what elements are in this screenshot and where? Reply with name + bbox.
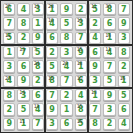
cage-sum: 15 <box>77 47 82 52</box>
cell-r1c5[interactable]: 9 <box>60 3 72 15</box>
cell-digit: 7 <box>78 34 84 42</box>
cell-r4c2[interactable]: 137 <box>17 46 29 58</box>
cell-digit: 3 <box>64 49 70 57</box>
cell-r3c3[interactable]: 9 <box>32 32 44 44</box>
cage-sum: 7 <box>34 47 37 52</box>
cell-digit: 1 <box>64 106 70 114</box>
cage-sum: 15 <box>48 76 53 81</box>
cell-r1c7[interactable]: 115 <box>89 3 101 15</box>
cell-r1c4[interactable]: 281 <box>46 3 58 15</box>
cell-r3c2[interactable]: 2 <box>17 32 29 44</box>
cell-digit: 9 <box>92 63 98 71</box>
cell-r2c2[interactable]: 8 <box>17 17 29 29</box>
cell-digit: 6 <box>35 92 41 100</box>
cage-sum: 14 <box>19 90 24 95</box>
cell-digit: 8 <box>121 49 127 57</box>
cage-sum: 25 <box>5 4 10 9</box>
cell-r7c3[interactable]: 6 <box>32 89 44 101</box>
cell-digit: 9 <box>35 34 41 42</box>
cell-r5c6[interactable]: 181 <box>75 60 87 72</box>
cell-r6c1[interactable]: 234 <box>3 75 15 87</box>
cell-r9c4[interactable]: 3 <box>46 118 58 130</box>
cell-digit: 3 <box>107 106 113 114</box>
cell-digit: 9 <box>64 6 70 14</box>
cell-digit: 2 <box>49 49 55 57</box>
cell-r4c7[interactable]: 6 <box>89 46 101 58</box>
cell-digit: 6 <box>49 34 55 42</box>
block-divider-vertical-1 <box>44 1 46 132</box>
cell-digit: 6 <box>21 63 27 71</box>
cell-r7c2[interactable]: 143 <box>17 89 29 101</box>
cell-r4c8[interactable]: 114 <box>103 46 115 58</box>
cell-r3c5[interactable]: 8 <box>60 32 72 44</box>
cell-r1c8[interactable]: 308 <box>103 3 115 15</box>
cell-digit: 5 <box>121 92 127 100</box>
cell-r9c2[interactable]: 111 <box>17 118 29 130</box>
cell-r9c1[interactable]: 9 <box>3 118 15 130</box>
cell-digit: 2 <box>78 6 84 14</box>
cell-digit: 6 <box>92 49 98 57</box>
cell-r8c5[interactable]: 1 <box>60 103 72 115</box>
cell-digit: 5 <box>21 106 27 114</box>
cell-digit: 2 <box>35 77 41 85</box>
cell-r3c9[interactable]: 3 <box>118 32 130 44</box>
cell-digit: 5 <box>64 20 70 28</box>
cell-r6c2[interactable]: 9 <box>17 75 29 87</box>
cell-r4c5[interactable]: 3 <box>60 46 72 58</box>
cage-sum: 23 <box>5 76 10 81</box>
cell-r3c6[interactable]: 7 <box>75 32 87 44</box>
cell-digit: 4 <box>92 34 98 42</box>
cell-r4c6[interactable]: 159 <box>75 46 87 58</box>
cell-digit: 5 <box>49 63 55 71</box>
cell-digit: 7 <box>64 77 70 85</box>
cage-sum: 11 <box>19 119 24 124</box>
cell-digit: 7 <box>107 63 113 71</box>
cage-sum: 20 <box>62 61 67 66</box>
cell-r5c7[interactable]: 9 <box>89 60 101 72</box>
cell-digit: 2 <box>92 20 98 28</box>
cell-r7c4[interactable]: 7 <box>46 89 58 101</box>
cell-digit: 2 <box>107 120 113 128</box>
cell-r3c8[interactable]: 141 <box>103 32 115 44</box>
cage-sum: 15 <box>77 104 82 109</box>
cell-digit: 2 <box>121 63 127 71</box>
cage-sum: 10 <box>77 76 82 81</box>
cell-r6c5[interactable]: 7 <box>60 75 72 87</box>
cell-r8c4[interactable]: 9 <box>46 103 58 115</box>
cell-r3c1[interactable]: 115 <box>3 32 15 44</box>
cell-digit: 7 <box>6 20 12 28</box>
cage-sum: 15 <box>77 119 82 124</box>
cell-r7c6[interactable]: 4 <box>75 89 87 101</box>
cell-r6c7[interactable]: 3 <box>89 75 101 87</box>
cell-r2c4[interactable]: 104 <box>46 17 58 29</box>
cell-digit: 3 <box>121 34 127 42</box>
cell-r2c7[interactable]: 2 <box>89 17 101 29</box>
cell-r1c2[interactable]: 4 <box>17 3 29 15</box>
cell-r9c9[interactable]: 4 <box>118 118 130 130</box>
cell-digit: 3 <box>92 77 98 85</box>
cell-digit: 8 <box>6 92 12 100</box>
cell-r8c3[interactable]: 134 <box>32 103 44 115</box>
cell-r5c8[interactable]: 7 <box>103 60 115 72</box>
cell-r9c8[interactable]: 2 <box>103 118 115 130</box>
cell-r9c3[interactable]: 7 <box>32 118 44 130</box>
cell-r3c4[interactable]: 6 <box>46 32 58 44</box>
cell-digit: 6 <box>64 120 70 128</box>
cell-digit: 3 <box>6 63 12 71</box>
cage-sum: 13 <box>91 90 96 95</box>
cage-sum: 11 <box>91 4 96 9</box>
cell-r2c5[interactable]: 5 <box>60 17 72 29</box>
cell-digit: 4 <box>21 6 27 14</box>
cell-r5c2[interactable]: 6 <box>17 60 29 72</box>
cell-r2c1[interactable]: 7 <box>3 17 15 29</box>
cell-r5c4[interactable]: 5 <box>46 60 58 72</box>
cell-r9c5[interactable]: 6 <box>60 118 72 130</box>
cell-r4c9[interactable]: 8 <box>118 46 130 58</box>
cell-r6c9[interactable]: 161 <box>118 75 130 87</box>
cell-r2c8[interactable]: 6 <box>103 17 115 29</box>
cage-sum: 11 <box>105 47 110 52</box>
cell-digit: 9 <box>121 20 127 28</box>
cell-r8c8[interactable]: 3 <box>103 103 115 115</box>
block-divider-horizontal-2 <box>1 87 132 89</box>
cell-r7c8[interactable]: 9 <box>103 89 115 101</box>
cell-r4c4[interactable]: 2 <box>46 46 58 58</box>
cell-r6c4[interactable]: 158 <box>46 75 58 87</box>
cell-digit: 7 <box>92 106 98 114</box>
cell-digit: 1 <box>6 49 12 57</box>
cell-r8c2[interactable]: 5 <box>17 103 29 115</box>
cage-sum: 13 <box>34 104 39 109</box>
cage-sum: 24 <box>34 61 39 66</box>
cell-r2c3[interactable]: 1 <box>32 17 44 29</box>
cell-digit: 7 <box>35 120 41 128</box>
cell-r5c1[interactable]: 3 <box>3 60 15 72</box>
cell-r9c7[interactable]: 8 <box>89 118 101 130</box>
cell-digit: 3 <box>49 120 55 128</box>
cell-r8c6[interactable]: 158 <box>75 103 87 115</box>
cage-sum: 13 <box>34 4 39 9</box>
killer-sudoku-board: 2564133281921153087781104510326911529687… <box>0 0 133 133</box>
cell-r3c7[interactable]: 4 <box>89 32 101 44</box>
cell-digit: 5 <box>107 77 113 85</box>
cell-digit: 6 <box>107 20 113 28</box>
cell-r6c6[interactable]: 106 <box>75 75 87 87</box>
cell-digit: 4 <box>121 120 127 128</box>
cage-sum: 18 <box>77 61 82 66</box>
cell-r8c9[interactable]: 6 <box>118 103 130 115</box>
cage-sum: 10 <box>77 18 82 23</box>
cell-r8c7[interactable]: 7 <box>89 103 101 115</box>
cell-digit: 2 <box>6 106 12 114</box>
cage-sum: 30 <box>105 4 110 9</box>
cell-r2c6[interactable]: 103 <box>75 17 87 29</box>
cell-digit: 9 <box>21 77 27 85</box>
cell-digit: 8 <box>21 20 27 28</box>
cell-digit: 9 <box>49 106 55 114</box>
cell-r7c9[interactable]: 5 <box>118 89 130 101</box>
cell-digit: 7 <box>49 92 55 100</box>
cell-digit: 4 <box>78 92 84 100</box>
cell-digit: 9 <box>6 120 12 128</box>
cell-digit: 8 <box>92 120 98 128</box>
cage-sum: 10 <box>48 18 53 23</box>
cell-r5c9[interactable]: 2 <box>118 60 130 72</box>
cell-digit: 7 <box>121 6 127 14</box>
cage-sum: 16 <box>120 76 125 81</box>
cell-r6c8[interactable]: 5 <box>103 75 115 87</box>
cell-digit: 2 <box>21 34 27 42</box>
cell-digit: 8 <box>64 34 70 42</box>
block-divider-horizontal-1 <box>1 44 132 46</box>
cage-sum: 14 <box>105 33 110 38</box>
cell-r8c1[interactable]: 2 <box>3 103 15 115</box>
cell-digit: 6 <box>121 106 127 114</box>
cell-r1c6[interactable]: 2 <box>75 3 87 15</box>
cage-sum: 28 <box>48 4 53 9</box>
cell-r7c7[interactable]: 131 <box>89 89 101 101</box>
cell-r4c3[interactable]: 75 <box>32 46 44 58</box>
cell-r1c3[interactable]: 133 <box>32 3 44 15</box>
cell-digit: 2 <box>64 92 70 100</box>
cell-r4c1[interactable]: 1 <box>3 46 15 58</box>
cell-r9c6[interactable]: 155 <box>75 118 87 130</box>
cage-sum: 13 <box>19 47 24 52</box>
cell-r1c1[interactable]: 256 <box>3 3 15 15</box>
cell-digit: 9 <box>107 92 113 100</box>
cell-r7c5[interactable]: 2 <box>60 89 72 101</box>
cell-r5c5[interactable]: 204 <box>60 60 72 72</box>
cell-r2c9[interactable]: 9 <box>118 17 130 29</box>
cell-r7c1[interactable]: 8 <box>3 89 15 101</box>
block-divider-vertical-2 <box>87 1 89 132</box>
cell-digit: 1 <box>35 20 41 28</box>
cell-r5c3[interactable]: 248 <box>32 60 44 72</box>
cage-sum: 11 <box>5 33 10 38</box>
cell-r6c3[interactable]: 2 <box>32 75 44 87</box>
sudoku-grid: 2564133281921153087781104510326911529687… <box>1 1 132 132</box>
cell-r1c9[interactable]: 7 <box>118 3 130 15</box>
